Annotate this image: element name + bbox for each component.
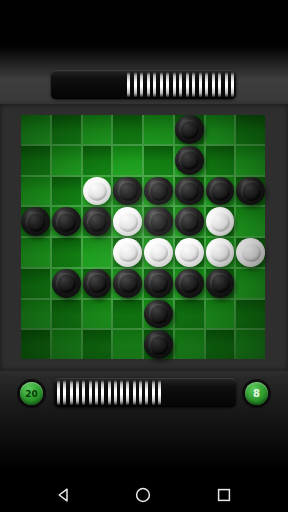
white-disc [113, 207, 142, 236]
black-disc [144, 207, 173, 236]
tray-disc-edge [70, 380, 73, 405]
back-icon[interactable] [55, 487, 71, 503]
cell-d1[interactable] [113, 115, 142, 144]
cell-a8[interactable] [21, 330, 50, 359]
black-disc [21, 207, 50, 236]
tray-disc-edge [145, 380, 148, 405]
black-disc [206, 269, 235, 298]
black-score-value: 20 [25, 389, 38, 399]
cell-f4[interactable] [175, 207, 204, 236]
black-disc [52, 207, 81, 236]
cell-d4[interactable] [113, 207, 142, 236]
black-disc [144, 300, 173, 329]
cell-f3[interactable] [175, 177, 204, 206]
white-disc [206, 207, 235, 236]
white-score-badge: 8 [245, 382, 268, 405]
board-frame [0, 104, 288, 371]
cell-f1[interactable] [175, 115, 204, 144]
cell-e2[interactable] [144, 146, 173, 175]
tray-disc-edge [120, 380, 123, 405]
black-disc [83, 207, 112, 236]
black-disc [236, 177, 265, 206]
cell-f2[interactable] [175, 146, 204, 175]
cell-c8[interactable] [83, 330, 112, 359]
cell-b4[interactable] [52, 207, 81, 236]
cell-h1[interactable] [236, 115, 265, 144]
tray-disc-edge [127, 72, 130, 97]
white-disc [236, 238, 265, 267]
tray-disc-edge [133, 380, 136, 405]
cell-b8[interactable] [52, 330, 81, 359]
white-disc [83, 177, 112, 206]
cell-d6[interactable] [113, 269, 142, 298]
black-disc [144, 330, 173, 359]
tray-disc-edge [140, 72, 143, 97]
cell-h8[interactable] [236, 330, 265, 359]
cell-g4[interactable] [206, 207, 235, 236]
black-disc [175, 115, 204, 144]
tray-disc-edge [147, 72, 150, 97]
tray-disc-edge [218, 72, 221, 97]
cell-f8[interactable] [175, 330, 204, 359]
cell-a1[interactable] [21, 115, 50, 144]
tray-disc-edge [57, 380, 60, 405]
black-disc [113, 177, 142, 206]
black-disc [206, 177, 235, 206]
cell-c2[interactable] [83, 146, 112, 175]
cell-f6[interactable] [175, 269, 204, 298]
cell-g1[interactable] [206, 115, 235, 144]
white-disc [206, 238, 235, 267]
black-disc [52, 269, 81, 298]
tray-disc-edge [199, 72, 202, 97]
cell-c7[interactable] [83, 300, 112, 329]
tray-disc-edge [114, 380, 117, 405]
white-disc [175, 238, 204, 267]
black-score-badge: 20 [20, 382, 43, 405]
tray-disc-edge [231, 72, 234, 97]
cell-e6[interactable] [144, 269, 173, 298]
black-disc [175, 269, 204, 298]
tray-disc-edge [95, 380, 98, 405]
cell-h3[interactable] [236, 177, 265, 206]
tray-disc-edge [76, 380, 79, 405]
tray-disc-edge [225, 72, 228, 97]
cell-h6[interactable] [236, 269, 265, 298]
cell-h4[interactable] [236, 207, 265, 236]
cell-d7[interactable] [113, 300, 142, 329]
tray-disc-edge [82, 380, 85, 405]
cell-b6[interactable] [52, 269, 81, 298]
tray-disc-edge [126, 380, 129, 405]
tray-disc-edge [173, 72, 176, 97]
tray-disc-edge [205, 72, 208, 97]
cell-d8[interactable] [113, 330, 142, 359]
white-disc [113, 238, 142, 267]
tray-disc-edge [134, 72, 137, 97]
cell-g5[interactable] [206, 238, 235, 267]
cell-b7[interactable] [52, 300, 81, 329]
cell-d3[interactable] [113, 177, 142, 206]
cell-g8[interactable] [206, 330, 235, 359]
cell-e7[interactable] [144, 300, 173, 329]
cell-h5[interactable] [236, 238, 265, 267]
tray-disc-edge [139, 380, 142, 405]
cell-a4[interactable] [21, 207, 50, 236]
cell-a7[interactable] [21, 300, 50, 329]
tray-disc-edge [166, 72, 169, 97]
cell-c1[interactable] [83, 115, 112, 144]
top-tray-stripes [127, 72, 234, 97]
cell-c4[interactable] [83, 207, 112, 236]
black-disc [175, 207, 204, 236]
tray-disc-edge [108, 380, 111, 405]
cell-b1[interactable] [52, 115, 81, 144]
cell-g7[interactable] [206, 300, 235, 329]
recents-icon[interactable] [216, 487, 232, 503]
cell-c3[interactable] [83, 177, 112, 206]
tray-disc-edge [192, 72, 195, 97]
cell-a2[interactable] [21, 146, 50, 175]
opponent-disc-tray [51, 70, 236, 99]
tray-disc-edge [212, 72, 215, 97]
black-disc [144, 177, 173, 206]
tray-disc-edge [186, 72, 189, 97]
cell-f7[interactable] [175, 300, 204, 329]
cell-h7[interactable] [236, 300, 265, 329]
white-score-value: 8 [253, 388, 260, 399]
tray-disc-edge [89, 380, 92, 405]
cell-h2[interactable] [236, 146, 265, 175]
othello-app-screen: 20 8 [0, 0, 288, 512]
cell-d5[interactable] [113, 238, 142, 267]
cell-c5[interactable] [83, 238, 112, 267]
tray-disc-edge [63, 380, 66, 405]
cell-a3[interactable] [21, 177, 50, 206]
cell-a5[interactable] [21, 238, 50, 267]
black-disc [113, 269, 142, 298]
cell-g6[interactable] [206, 269, 235, 298]
cell-e1[interactable] [144, 115, 173, 144]
black-disc [144, 269, 173, 298]
cell-b5[interactable] [52, 238, 81, 267]
cell-c6[interactable] [83, 269, 112, 298]
bottom-tray-stripes [57, 380, 161, 405]
black-disc [83, 269, 112, 298]
board-grid [21, 115, 265, 359]
tray-disc-edge [158, 380, 161, 405]
cell-a6[interactable] [21, 269, 50, 298]
cell-e4[interactable] [144, 207, 173, 236]
cell-e3[interactable] [144, 177, 173, 206]
tray-disc-edge [179, 72, 182, 97]
cell-d2[interactable] [113, 146, 142, 175]
black-disc [175, 146, 204, 175]
tray-disc-edge [101, 380, 104, 405]
tray-disc-edge [153, 72, 156, 97]
tray-disc-edge [152, 380, 155, 405]
cell-e5[interactable] [144, 238, 173, 267]
cell-f5[interactable] [175, 238, 204, 267]
cell-g3[interactable] [206, 177, 235, 206]
player-disc-tray [54, 378, 236, 407]
cell-b3[interactable] [52, 177, 81, 206]
cell-g2[interactable] [206, 146, 235, 175]
tray-disc-edge [160, 72, 163, 97]
android-navigation-bar [0, 470, 288, 512]
black-disc [175, 177, 204, 206]
cell-e8[interactable] [144, 330, 173, 359]
white-disc [144, 238, 173, 267]
cell-b2[interactable] [52, 146, 81, 175]
home-icon[interactable] [135, 487, 151, 503]
